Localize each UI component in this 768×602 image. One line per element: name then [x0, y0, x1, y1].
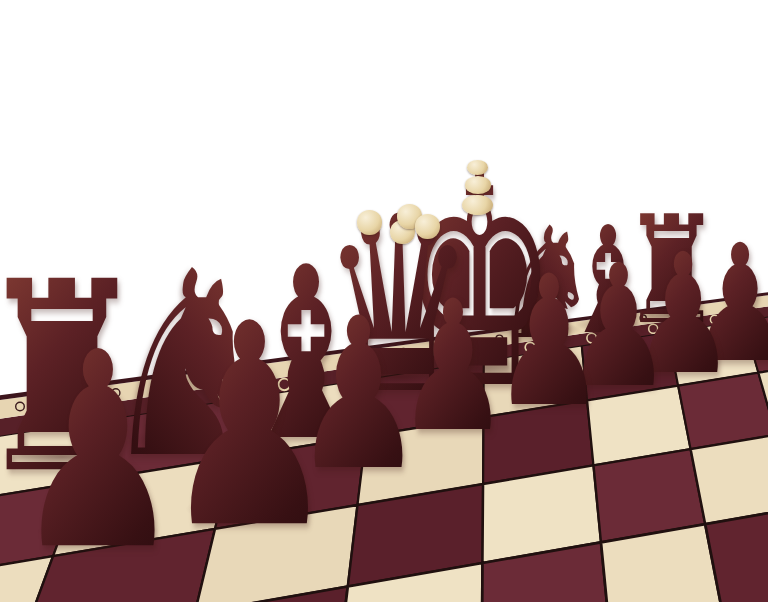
queen-crown-ball: [415, 214, 439, 238]
pieces-layer: ♜♝♞♟♟♚♟♛♟♟♝♞♟♜♟♟: [0, 0, 768, 602]
chess-set-photo: ♜♝♞♟♟♚♟♛♟♟♝♞♟♜♟♟: [0, 0, 768, 602]
piece-dark-pawn-a7[interactable]: ♟: [4, 317, 193, 587]
